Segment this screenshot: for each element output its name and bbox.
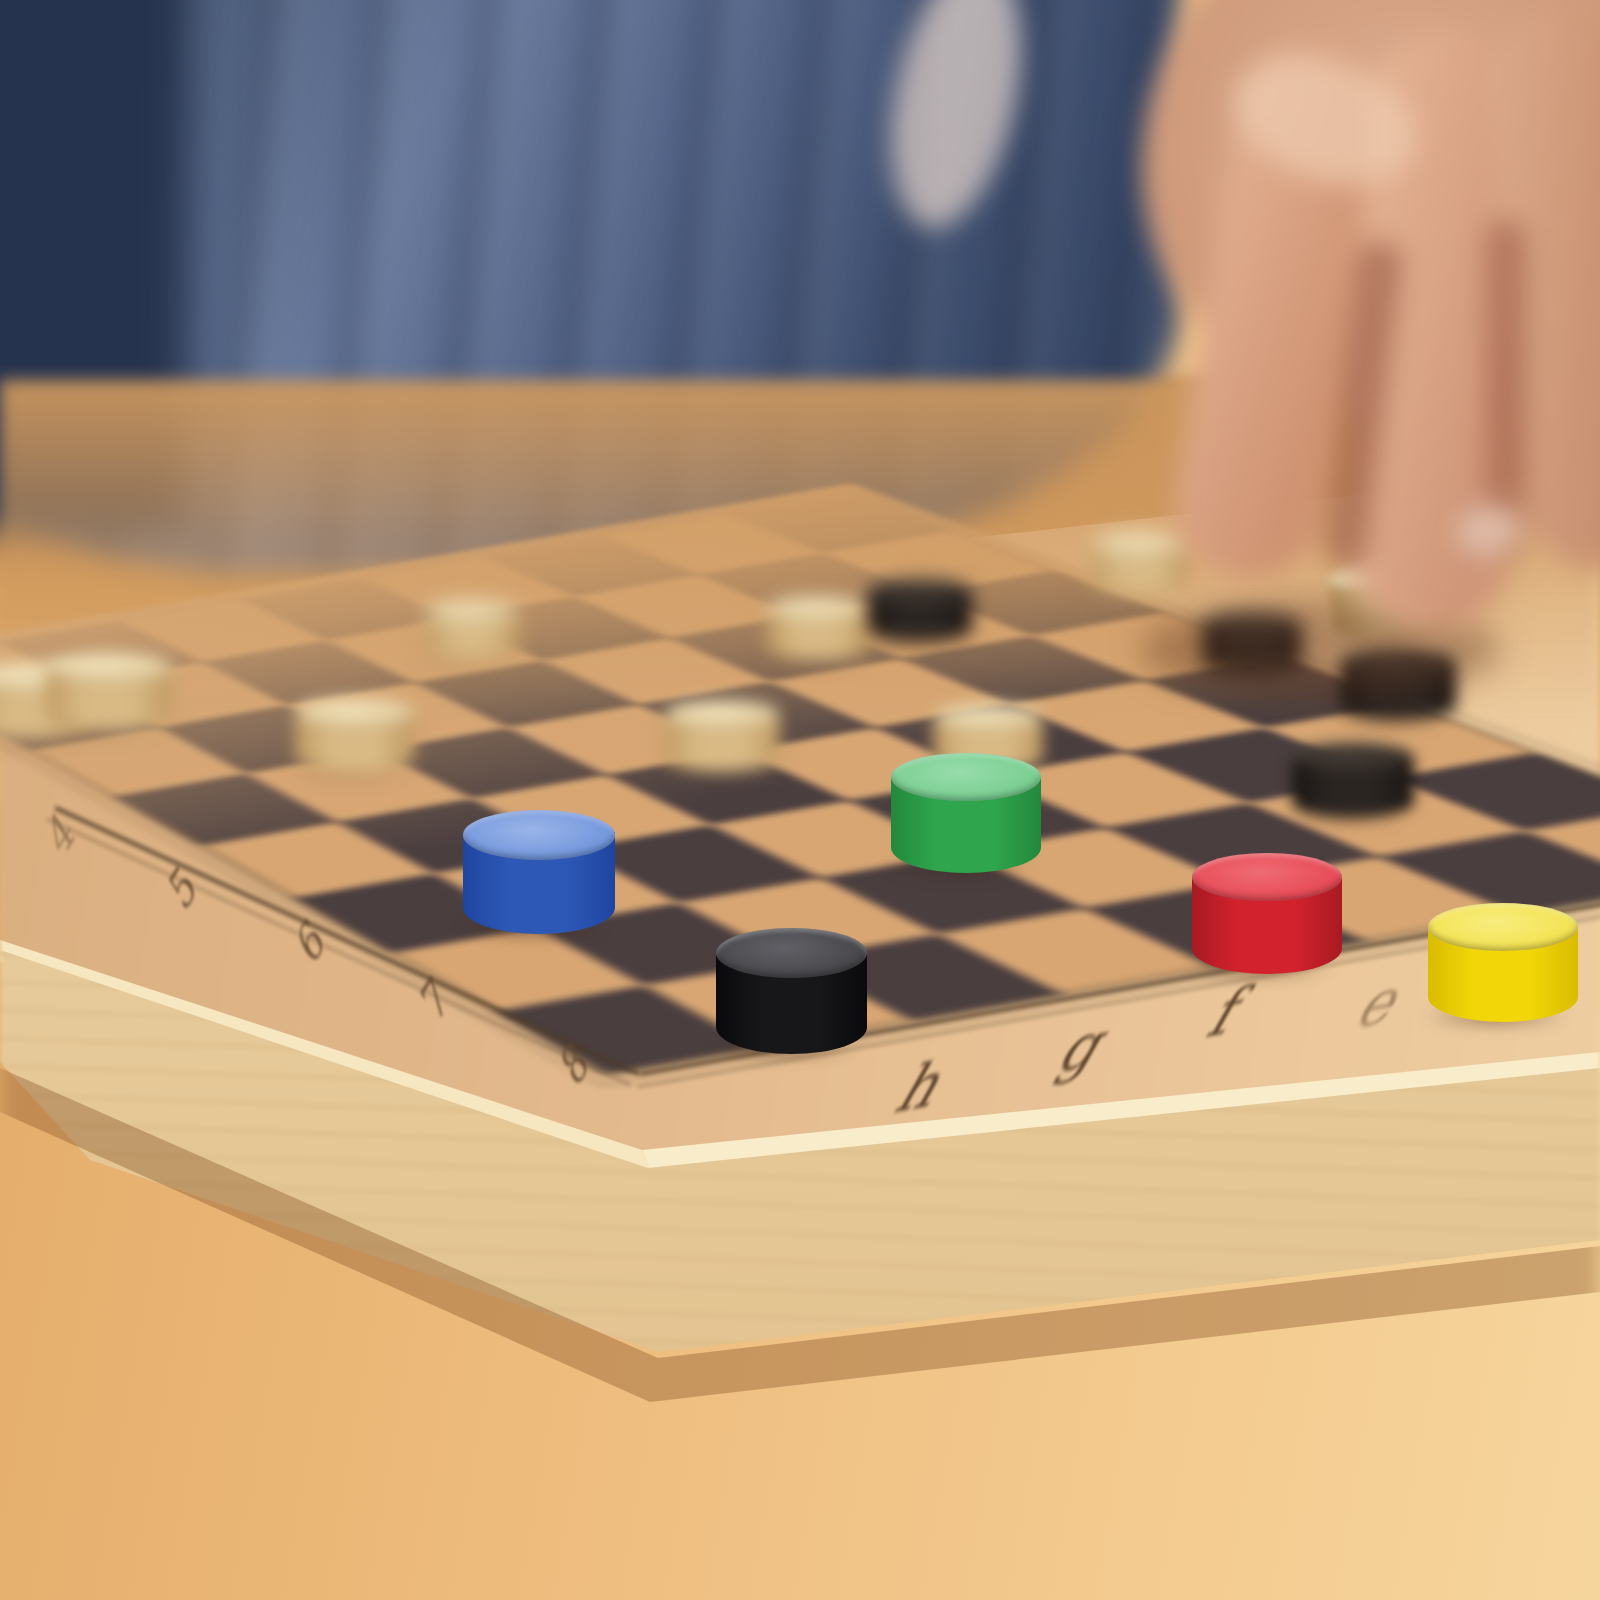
green-meeple[interactable] xyxy=(891,753,1041,873)
piece-top-face xyxy=(463,810,615,860)
photo-scene: hgfe87654 xyxy=(0,0,1600,1600)
meeples-layer xyxy=(0,0,1600,1600)
blue-meeple[interactable] xyxy=(463,810,615,934)
piece-top-face xyxy=(1428,903,1578,951)
yellow-meeple[interactable] xyxy=(1428,903,1578,1022)
red-meeple[interactable] xyxy=(1192,853,1342,974)
black-meeple[interactable] xyxy=(716,928,867,1054)
piece-top-face xyxy=(716,928,867,978)
piece-top-face xyxy=(1192,853,1342,901)
piece-top-face xyxy=(891,753,1041,801)
